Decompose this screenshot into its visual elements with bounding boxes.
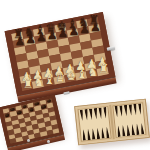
product-photo: ♜♞♝♛♚♝♞♜♟♟♟♟♟♟♟♟♟♟♟♟♟♟♟♟♜♞♝♛♚♝♞♜ (0, 0, 150, 150)
light-rook-piece: ♜ (94, 63, 112, 75)
checkers-square (52, 128, 59, 134)
backgammon-point (114, 106, 119, 118)
backgammon-board-open (74, 99, 150, 146)
backgammon-point-row (116, 123, 144, 137)
backgammon-left-half (77, 106, 111, 142)
backgammon-point (96, 127, 101, 139)
backgammon-point (103, 107, 108, 119)
backgammon-point (100, 127, 105, 139)
backgammon-point (86, 128, 91, 140)
metal-hinge-icon (63, 91, 69, 95)
backgammon-point-row (80, 107, 108, 121)
backgammon-point (138, 103, 143, 115)
backgammon-point (119, 105, 124, 117)
metal-foot-icon (27, 139, 30, 142)
backgammon-point (105, 126, 110, 138)
metal-clasp-icon (107, 46, 115, 51)
backgammon-point (128, 104, 133, 116)
backgammon-point (80, 109, 85, 121)
backgammon-point (133, 104, 138, 116)
backgammon-point (82, 129, 87, 141)
backgammon-point-row (114, 103, 142, 117)
backgammon-point (124, 105, 129, 117)
checkers-board-folded (0, 95, 64, 148)
backgammon-point (116, 125, 121, 137)
backgammon-point (91, 128, 96, 140)
backgammon-point (135, 123, 140, 135)
chess-square: ♜ (97, 67, 109, 76)
backgammon-point (126, 124, 131, 136)
dark-pawn-piece: ♟ (86, 21, 104, 33)
backgammon-point (89, 108, 94, 120)
metal-foot-icon (47, 140, 50, 143)
backgammon-point (121, 125, 126, 137)
backgammon-point (130, 124, 135, 136)
backgammon-point (84, 109, 89, 121)
backgammon-right-half (112, 102, 146, 138)
backgammon-point (94, 108, 99, 120)
chess-board-open: ♜♞♝♛♚♝♞♜♟♟♟♟♟♟♟♟♟♟♟♟♟♟♟♟♜♞♝♛♚♝♞♜ (5, 12, 116, 96)
backgammon-point (140, 123, 145, 135)
backgammon-point-row (82, 126, 110, 140)
backgammon-point (98, 107, 103, 119)
